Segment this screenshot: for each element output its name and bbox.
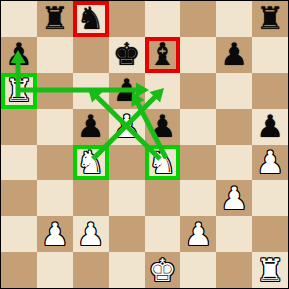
- square-f8[interactable]: [180, 1, 216, 37]
- square-d7[interactable]: ♚: [109, 37, 145, 73]
- white-pawn-b2: ♟: [41, 219, 69, 250]
- white-pawn-g3: ♟: [220, 183, 248, 214]
- square-g4[interactable]: [216, 145, 252, 181]
- square-f2[interactable]: ♟: [180, 216, 216, 252]
- square-a5[interactable]: [1, 109, 37, 145]
- square-f1[interactable]: [180, 252, 216, 288]
- white-knight-c4: ♞: [77, 147, 105, 178]
- square-e4[interactable]: ♞: [145, 145, 181, 181]
- square-d2[interactable]: [109, 216, 145, 252]
- square-a7[interactable]: ♟: [1, 37, 37, 73]
- square-h3[interactable]: [252, 180, 288, 216]
- black-pawn-c5: ♟: [77, 111, 105, 142]
- square-h8[interactable]: ♜: [252, 1, 288, 37]
- square-b3[interactable]: [37, 180, 73, 216]
- square-c8[interactable]: ♞: [73, 1, 109, 37]
- square-d5[interactable]: ♟: [109, 109, 145, 145]
- square-g6[interactable]: [216, 73, 252, 109]
- square-a4[interactable]: [1, 145, 37, 181]
- black-pawn-e5: ♟: [149, 111, 177, 142]
- square-g7[interactable]: ♟: [216, 37, 252, 73]
- square-e7[interactable]: ♝: [145, 37, 181, 73]
- white-rook-a6: ♜: [5, 75, 33, 106]
- square-g3[interactable]: ♟: [216, 180, 252, 216]
- square-c1[interactable]: [73, 252, 109, 288]
- square-b2[interactable]: ♟: [37, 216, 73, 252]
- square-a8[interactable]: [1, 1, 37, 37]
- black-pawn-a7: ♟: [5, 39, 33, 70]
- black-bishop-e7: ♝: [149, 39, 177, 70]
- square-b4[interactable]: [37, 145, 73, 181]
- square-h6[interactable]: [252, 73, 288, 109]
- white-pawn-h4: ♟: [256, 147, 284, 178]
- white-king-e1: ♚: [149, 255, 177, 286]
- square-b5[interactable]: [37, 109, 73, 145]
- square-g2[interactable]: [216, 216, 252, 252]
- square-h7[interactable]: [252, 37, 288, 73]
- square-b7[interactable]: [37, 37, 73, 73]
- square-b1[interactable]: [37, 252, 73, 288]
- square-f3[interactable]: [180, 180, 216, 216]
- square-e5[interactable]: ♟: [145, 109, 181, 145]
- square-f6[interactable]: [180, 73, 216, 109]
- square-g1[interactable]: [216, 252, 252, 288]
- white-pawn-f2: ♟: [184, 219, 212, 250]
- square-c2[interactable]: ♟: [73, 216, 109, 252]
- black-knight-c8: ♞: [77, 3, 105, 34]
- square-g8[interactable]: [216, 1, 252, 37]
- square-b6[interactable]: [37, 73, 73, 109]
- square-d8[interactable]: [109, 1, 145, 37]
- white-rook-h1: ♜: [256, 255, 284, 286]
- black-pawn-h5: ♟: [256, 111, 284, 142]
- square-d6[interactable]: ♟: [109, 73, 145, 109]
- white-knight-e4: ♞: [149, 147, 177, 178]
- square-a6[interactable]: ♜: [1, 73, 37, 109]
- square-c3[interactable]: [73, 180, 109, 216]
- square-f7[interactable]: [180, 37, 216, 73]
- square-e3[interactable]: [145, 180, 181, 216]
- square-a3[interactable]: [1, 180, 37, 216]
- square-e1[interactable]: ♚: [145, 252, 181, 288]
- square-e6[interactable]: [145, 73, 181, 109]
- square-c7[interactable]: [73, 37, 109, 73]
- square-h4[interactable]: ♟: [252, 145, 288, 181]
- square-f5[interactable]: [180, 109, 216, 145]
- square-e8[interactable]: [145, 1, 181, 37]
- square-d4[interactable]: [109, 145, 145, 181]
- square-h1[interactable]: ♜: [252, 252, 288, 288]
- white-pawn-d5: ♟: [113, 111, 141, 142]
- chess-app: ♜♞♜♟♚♝♟♜♟♟♟♟♟♞♞♟♟♟♟♟♚♜: [0, 0, 289, 289]
- black-king-d7: ♚: [113, 39, 141, 70]
- square-a1[interactable]: [1, 252, 37, 288]
- square-g5[interactable]: [216, 109, 252, 145]
- black-rook-b8: ♜: [41, 3, 69, 34]
- chess-board: ♜♞♜♟♚♝♟♜♟♟♟♟♟♞♞♟♟♟♟♟♚♜: [0, 0, 289, 289]
- square-d3[interactable]: [109, 180, 145, 216]
- square-h5[interactable]: ♟: [252, 109, 288, 145]
- square-f4[interactable]: [180, 145, 216, 181]
- black-rook-h8: ♜: [256, 3, 284, 34]
- square-h2[interactable]: [252, 216, 288, 252]
- white-pawn-c2: ♟: [77, 219, 105, 250]
- square-c6[interactable]: [73, 73, 109, 109]
- black-pawn-d6: ♟: [113, 75, 141, 106]
- square-b8[interactable]: ♜: [37, 1, 73, 37]
- black-pawn-g7: ♟: [220, 39, 248, 70]
- square-a2[interactable]: [1, 216, 37, 252]
- square-c4[interactable]: ♞: [73, 145, 109, 181]
- square-e2[interactable]: [145, 216, 181, 252]
- square-d1[interactable]: [109, 252, 145, 288]
- square-c5[interactable]: ♟: [73, 109, 109, 145]
